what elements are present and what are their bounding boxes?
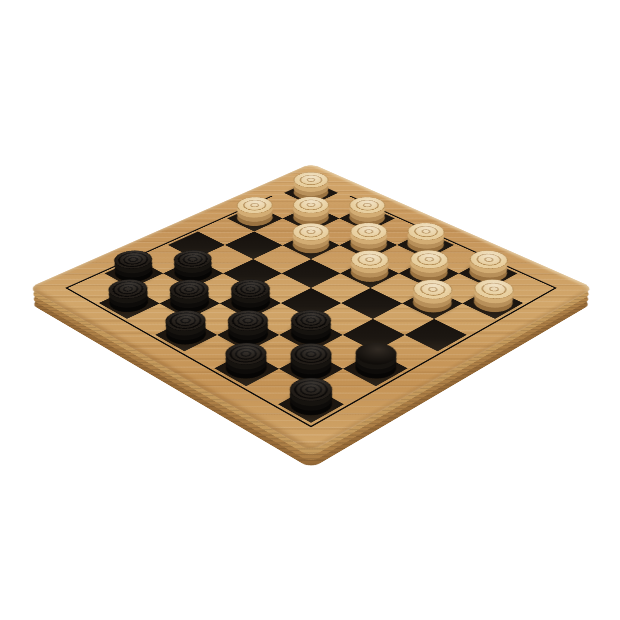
board-scene	[0, 0, 620, 620]
board-top-surface	[28, 164, 594, 452]
checkers-board	[28, 164, 594, 452]
product-photo-stage	[0, 0, 620, 620]
